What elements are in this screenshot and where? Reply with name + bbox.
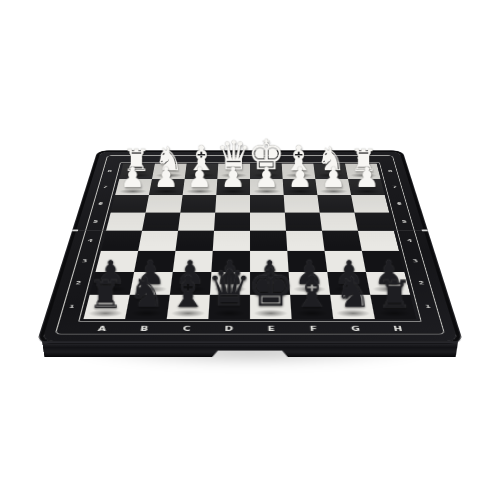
photo-background: AABBCCDDEEFFGGHH1122334455667788 ♜♞♝♛♚♝♞… (0, 0, 500, 500)
board-front-face-with-latch-notch (42, 341, 458, 357)
piece-black-rook[interactable]: ♜ (368, 275, 421, 314)
chess-board: AABBCCDDEEFFGGHH1122334455667788 ♜♞♝♛♚♝♞… (42, 152, 458, 342)
pieces-layer: ♜♞♝♛♚♝♞♜♟♟♟♟♟♟♟♟♟♟♟♟♟♟♟♟♜♞♝♛♚♝♞♜ (42, 152, 458, 342)
chess-set-scene: AABBCCDDEEFFGGHH1122334455667788 ♜♞♝♛♚♝♞… (0, 0, 500, 500)
piece-white-pawn[interactable]: ♟ (346, 164, 389, 192)
